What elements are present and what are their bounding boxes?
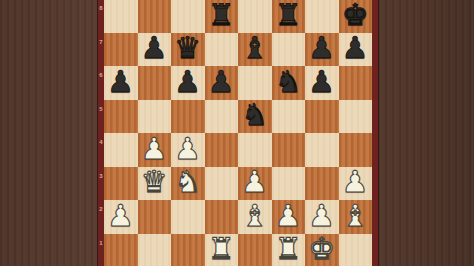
square-g6[interactable]: ♟ [305,66,339,100]
square-d3[interactable] [205,167,239,201]
white-rook[interactable]: ♜ [275,234,302,264]
white-pawn[interactable]: ♟ [174,134,201,164]
white-pawn[interactable]: ♟ [141,134,168,164]
square-c4[interactable]: ♟ [171,133,205,167]
black-pawn[interactable]: ♟ [107,67,134,97]
square-b2[interactable] [138,200,172,234]
square-d1[interactable]: ♜ [205,234,239,266]
square-h6[interactable] [339,66,373,100]
white-rook[interactable]: ♜ [208,234,235,264]
white-king[interactable]: ♚ [308,234,335,264]
square-c8[interactable] [171,0,205,33]
square-g1[interactable]: ♚ [305,234,339,266]
black-pawn[interactable]: ♟ [342,33,369,63]
square-f3[interactable] [272,167,306,201]
square-d2[interactable] [205,200,239,234]
square-b3[interactable]: ♛ [138,167,172,201]
white-pawn[interactable]: ♟ [342,167,369,197]
square-h2[interactable]: ♝ [339,200,373,234]
black-rook[interactable]: ♜ [275,0,302,30]
square-a6[interactable]: ♟ [104,66,138,100]
white-queen[interactable]: ♛ [141,167,168,197]
chess-video-frame: ♜♜♚♟♛♝♟♟♟♟♟♞♟♞♟♟♛♞♟♟♟♝♟♟♝♜♜♚ 87654321 [0,0,474,266]
square-f8[interactable]: ♜ [272,0,306,33]
white-pawn[interactable]: ♟ [107,201,134,231]
square-f7[interactable] [272,33,306,67]
square-h4[interactable] [339,133,373,167]
black-pawn[interactable]: ♟ [141,33,168,63]
square-h5[interactable] [339,100,373,134]
square-f2[interactable]: ♟ [272,200,306,234]
square-c1[interactable] [171,234,205,266]
square-a8[interactable] [104,0,138,33]
square-e7[interactable]: ♝ [238,33,272,67]
square-d8[interactable]: ♜ [205,0,239,33]
black-bishop[interactable]: ♝ [241,33,268,63]
square-a3[interactable] [104,167,138,201]
square-h8[interactable]: ♚ [339,0,373,33]
square-e3[interactable]: ♟ [238,167,272,201]
square-g2[interactable]: ♟ [305,200,339,234]
square-b1[interactable] [138,234,172,266]
square-b5[interactable] [138,100,172,134]
square-a5[interactable] [104,100,138,134]
square-g4[interactable] [305,133,339,167]
square-e1[interactable] [238,234,272,266]
square-e5[interactable]: ♞ [238,100,272,134]
white-pawn[interactable]: ♟ [275,201,302,231]
black-pawn[interactable]: ♟ [174,67,201,97]
black-knight[interactable]: ♞ [275,67,302,97]
square-a4[interactable] [104,133,138,167]
square-h1[interactable] [339,234,373,266]
square-f1[interactable]: ♜ [272,234,306,266]
square-c3[interactable]: ♞ [171,167,205,201]
black-pawn[interactable]: ♟ [308,67,335,97]
square-e4[interactable] [238,133,272,167]
square-a7[interactable] [104,33,138,67]
square-g3[interactable] [305,167,339,201]
square-h3[interactable]: ♟ [339,167,373,201]
square-e6[interactable] [238,66,272,100]
square-c5[interactable] [171,100,205,134]
square-c7[interactable]: ♛ [171,33,205,67]
square-c2[interactable] [171,200,205,234]
white-knight[interactable]: ♞ [174,167,201,197]
white-pawn[interactable]: ♟ [241,167,268,197]
white-bishop[interactable]: ♝ [241,201,268,231]
square-f6[interactable]: ♞ [272,66,306,100]
square-f5[interactable] [272,100,306,134]
square-d7[interactable] [205,33,239,67]
square-g8[interactable] [305,0,339,33]
square-e2[interactable]: ♝ [238,200,272,234]
square-h7[interactable]: ♟ [339,33,373,67]
black-knight[interactable]: ♞ [241,100,268,130]
square-d4[interactable] [205,133,239,167]
black-pawn[interactable]: ♟ [308,33,335,63]
square-c6[interactable]: ♟ [171,66,205,100]
black-queen[interactable]: ♛ [174,33,201,63]
square-a2[interactable]: ♟ [104,200,138,234]
square-b6[interactable] [138,66,172,100]
square-b8[interactable] [138,0,172,33]
white-bishop[interactable]: ♝ [342,201,369,231]
square-f4[interactable] [272,133,306,167]
black-king[interactable]: ♚ [342,0,369,30]
chess-board: ♜♜♚♟♛♝♟♟♟♟♟♞♟♞♟♟♛♞♟♟♟♝♟♟♝♜♜♚ [104,0,372,266]
white-pawn[interactable]: ♟ [308,201,335,231]
square-b4[interactable]: ♟ [138,133,172,167]
black-rook[interactable]: ♜ [208,0,235,30]
square-d6[interactable]: ♟ [205,66,239,100]
square-d5[interactable] [205,100,239,134]
black-pawn[interactable]: ♟ [208,67,235,97]
square-a1[interactable] [104,234,138,266]
square-b7[interactable]: ♟ [138,33,172,67]
square-g7[interactable]: ♟ [305,33,339,67]
square-g5[interactable] [305,100,339,134]
square-e8[interactable] [238,0,272,33]
